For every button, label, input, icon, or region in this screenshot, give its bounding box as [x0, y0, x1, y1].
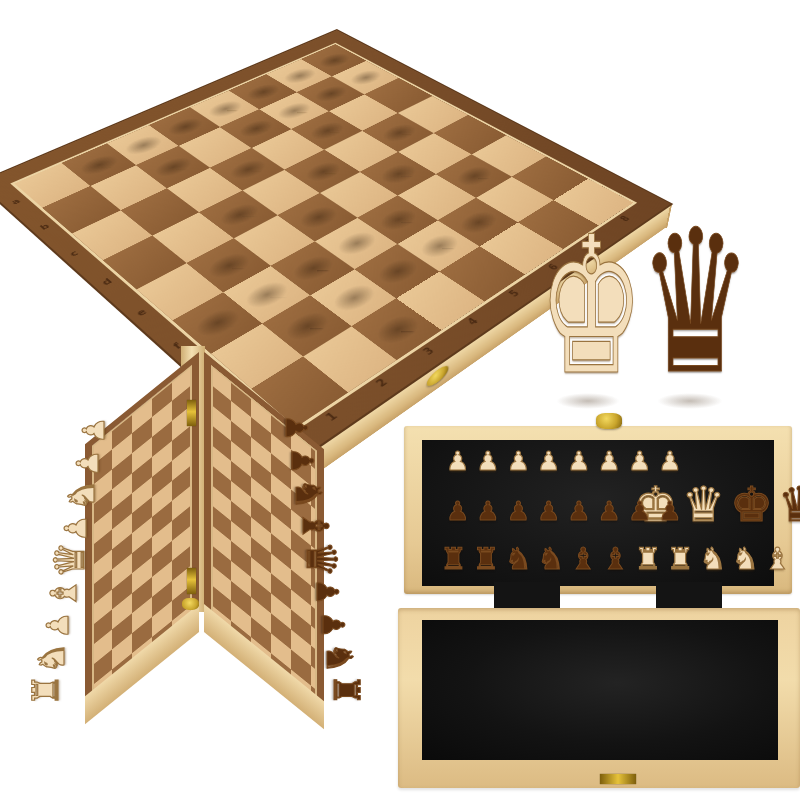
dark-king: ♚	[730, 480, 773, 528]
dark-pawn: ♟	[292, 291, 330, 333]
light-pawn: ♟	[567, 448, 590, 474]
rank-label: 3	[420, 345, 438, 357]
dark-knight: ♞	[505, 544, 532, 574]
light-bishop: ♝	[239, 89, 279, 133]
light-bishop: ♝	[764, 544, 791, 574]
dark-knight: ♞	[246, 247, 295, 301]
dark-pawn: ♟	[425, 214, 459, 252]
rank-label: 4	[464, 316, 481, 328]
brass-hinge	[187, 568, 196, 594]
folded-light-knight: ♞	[64, 479, 100, 511]
dark-pawn: ♟	[658, 498, 681, 524]
brass-hinge	[187, 400, 196, 426]
lid-pawn-row-dark: ♟♟♟♟♟♟♟♟	[446, 498, 682, 524]
light-pawn: ♟	[86, 135, 117, 170]
folded-light-pawn: ♟	[61, 514, 91, 541]
brass-clasp	[427, 362, 449, 390]
folded-dark-knight: ♞	[321, 641, 357, 673]
file-label: e	[134, 307, 150, 318]
dark-rook: ♜	[199, 281, 243, 330]
dark-bishop: ♝	[570, 544, 597, 574]
folded-dark-bishop: ♝	[297, 510, 333, 542]
dark-rook: ♜	[462, 185, 501, 229]
dark-pawn: ♟	[537, 498, 560, 524]
light-pawn: ♟	[628, 448, 651, 474]
light-knight: ♞	[315, 56, 353, 98]
light-rook: ♜	[128, 111, 164, 151]
light-queen: ♛	[682, 480, 725, 528]
file-label: a	[9, 197, 22, 206]
light-pawn: ♟	[315, 102, 345, 135]
dark-pawn: ♟	[214, 233, 249, 272]
lid-felt: ♟♟♟♟♟♟♟♟♚♛♚♛♟♟♟♟♟♟♟♟♜♜♞♞♝♝♜♜♞♞♝♝	[422, 440, 774, 586]
light-pawn: ♟	[658, 448, 681, 474]
dark-pawn: ♟	[628, 498, 651, 524]
dark-rook: ♜	[440, 544, 467, 574]
light-knight: ♞	[168, 88, 208, 132]
dark-pawn: ♟	[386, 144, 418, 179]
light-bishop: ♝	[796, 544, 800, 574]
light-pawn: ♟	[476, 448, 499, 474]
folded-dark-pawn: ♟	[281, 415, 311, 442]
folded-light-pawn: ♟	[73, 449, 103, 476]
dark-knight: ♞	[220, 171, 264, 220]
hero-light-king: ♚	[538, 212, 637, 402]
dark-knight: ♞	[537, 544, 564, 574]
box-lid: ♟♟♟♟♟♟♟♟♚♛♚♛♟♟♟♟♟♟♟♟♜♜♞♞♝♝♜♜♞♞♝♝	[404, 426, 792, 594]
folded-light-queen: ♛	[49, 541, 91, 579]
dark-pawn: ♟	[507, 498, 530, 524]
light-knight: ♞	[699, 544, 726, 574]
dark-pawn: ♟	[462, 146, 494, 181]
folded-dark-pawn: ♟	[312, 579, 342, 606]
folded-dark-rook: ♜	[328, 674, 364, 706]
light-pawn: ♟	[446, 448, 469, 474]
dark-pawn: ♟	[476, 498, 499, 524]
brass-hinge-plate	[600, 774, 636, 784]
base-felt: ♛♚	[422, 620, 778, 760]
dark-king: ♚	[329, 241, 386, 304]
product-photo: ♟♜♞♟♚♛♝♟♝♟♞♜♟♟♞♟♟♟♝♟♜♞♟♛♟♟♟♚♝♟♜♟ a1b2c3d…	[0, 0, 800, 800]
light-knight: ♞	[732, 544, 759, 574]
light-rook: ♜	[667, 544, 694, 574]
dark-rook: ♜	[472, 544, 499, 574]
light-pawn: ♟	[598, 448, 621, 474]
light-pawn: ♟	[507, 448, 530, 474]
folded-dark-knight: ♞	[290, 477, 326, 509]
dark-pawn: ♟	[446, 498, 469, 524]
file-label: b	[37, 222, 51, 232]
folded-light-pawn: ♟	[43, 612, 73, 639]
lid-pawn-row-light: ♟♟♟♟♟♟♟♟	[446, 448, 682, 474]
folded-light-pawn: ♟	[79, 417, 109, 444]
brass-clasp	[182, 598, 199, 610]
box-base: ♛♚	[398, 608, 800, 788]
folded-board-view: ♟♟♞♟♛♝♟♞♜♟♟♞♝♛♟♟♞♜	[0, 330, 395, 800]
hero-dark-queen: ♛	[639, 204, 741, 402]
dark-pawn: ♟	[567, 498, 590, 524]
storage-box-view: ♟♟♟♟♟♟♟♟♚♛♚♛♟♟♟♟♟♟♟♟♜♜♞♞♝♝♜♜♞♞♝♝ ♛♚	[398, 412, 800, 794]
folded-dark-pawn: ♟	[318, 611, 348, 638]
light-pawn: ♟	[160, 138, 191, 173]
light-pawn: ♟	[282, 83, 311, 115]
folded-dark-pawn: ♟	[287, 447, 317, 474]
dark-bishop: ♝	[602, 544, 629, 574]
light-pawn: ♟	[387, 104, 417, 137]
light-pawn: ♟	[537, 448, 560, 474]
folded-light-rook: ♜	[28, 674, 64, 706]
light-rook: ♜	[634, 544, 661, 574]
lid-major-piece-row: ♜♜♞♞♝♝♜♜♞♞♝♝	[440, 544, 800, 574]
dark-queen: ♛	[778, 480, 800, 528]
dark-pawn: ♟	[598, 498, 621, 524]
light-rook: ♜	[352, 46, 384, 82]
file-label: c	[67, 249, 81, 259]
folded-dark-queen: ♛	[300, 540, 342, 578]
rank-label: 5	[506, 288, 523, 299]
folded-light-bishop: ♝	[46, 576, 82, 608]
file-label: d	[99, 277, 114, 288]
folded-light-knight: ♞	[34, 641, 70, 673]
